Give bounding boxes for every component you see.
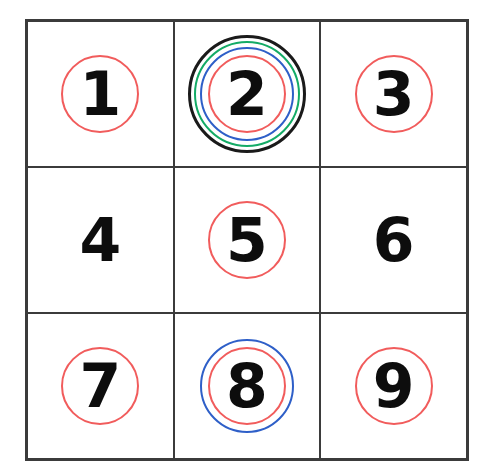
- cell-number: 9: [373, 356, 415, 416]
- grid-cell-2[interactable]: 2: [174, 21, 321, 167]
- page-background: 123456789: [0, 0, 480, 470]
- cell-number: 8: [226, 356, 268, 416]
- cell-number: 2: [226, 64, 268, 124]
- cell-number: 3: [373, 64, 415, 124]
- grid-cell-4[interactable]: 4: [27, 167, 174, 313]
- board-grid: 123456789: [25, 19, 469, 461]
- cell-number: 4: [79, 210, 121, 270]
- grid-cell-7[interactable]: 7: [27, 313, 174, 459]
- grid-cell-3[interactable]: 3: [320, 21, 467, 167]
- grid-cell-8[interactable]: 8: [174, 313, 321, 459]
- grid-cell-6[interactable]: 6: [320, 167, 467, 313]
- cell-number: 1: [79, 64, 121, 124]
- cell-number: 5: [226, 210, 268, 270]
- grid-cell-1[interactable]: 1: [27, 21, 174, 167]
- cell-number: 7: [79, 356, 121, 416]
- cell-number: 6: [373, 210, 415, 270]
- grid-cell-5[interactable]: 5: [174, 167, 321, 313]
- grid-cell-9[interactable]: 9: [320, 313, 467, 459]
